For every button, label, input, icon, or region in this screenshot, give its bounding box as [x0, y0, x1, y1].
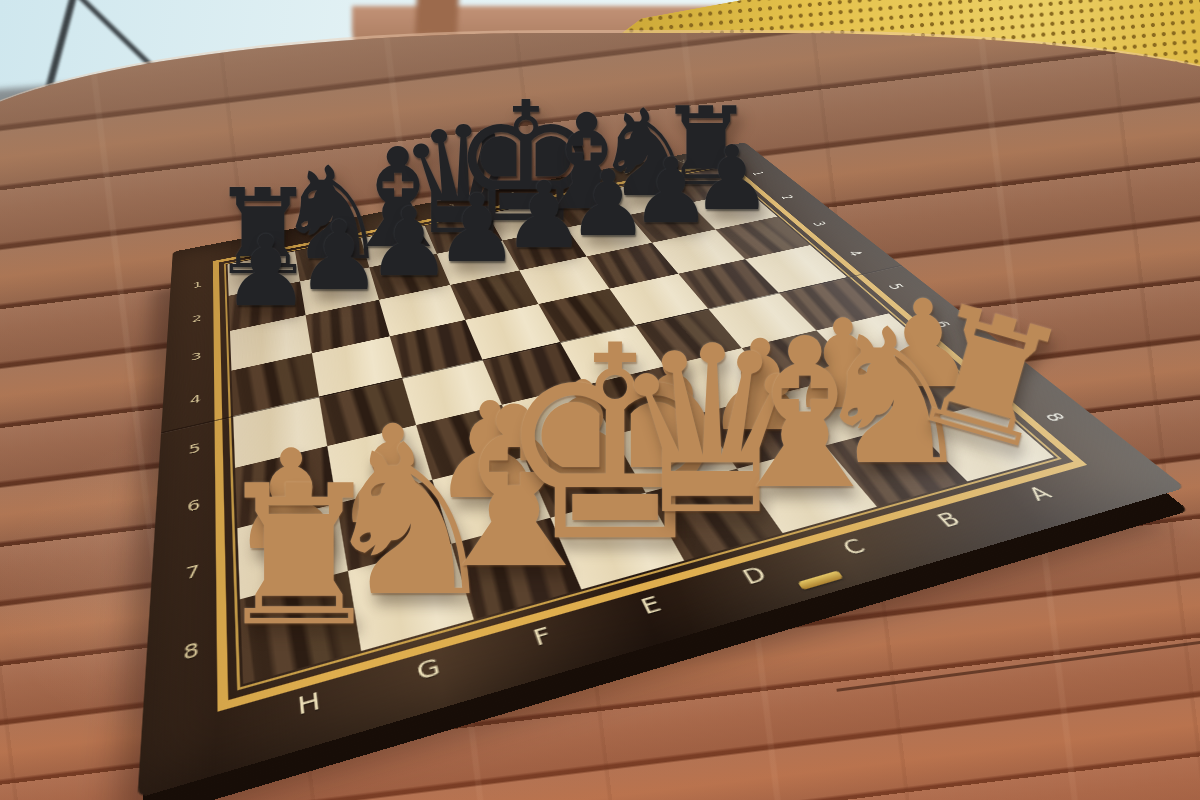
- rank-label-left-7: 7: [169, 557, 218, 587]
- file-label-far-f: F: [374, 213, 404, 223]
- rank-label-left-2: 2: [180, 311, 214, 327]
- file-label-far-g: G: [311, 225, 341, 236]
- file-label-far-a: A: [667, 157, 696, 166]
- rank-label-left-6: 6: [172, 493, 217, 519]
- file-label-far-e: E: [436, 201, 466, 211]
- rank-label-left-4: 4: [177, 389, 216, 409]
- rank-label-left-5: 5: [174, 437, 216, 460]
- file-label-far-d: D: [496, 189, 526, 199]
- rank-label-left-3: 3: [179, 348, 215, 366]
- file-label-far-h: H: [247, 237, 277, 248]
- file-label-far-b: B: [612, 167, 641, 176]
- photo-canvas: 1122334455667788HHGGFFEEDDCCBBAA ♜♞♝♛♚♝♞…: [0, 0, 1200, 800]
- rank-label-left-8: 8: [165, 633, 218, 669]
- rank-label-left-1: 1: [182, 278, 214, 292]
- brass-clasp: [798, 570, 844, 590]
- file-label-far-c: C: [555, 178, 585, 188]
